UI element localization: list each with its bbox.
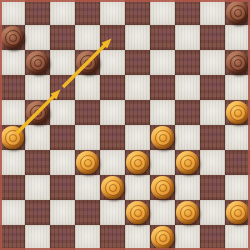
square-r6-c5-dark[interactable]: ⛀ — [125, 150, 150, 175]
square-r1-c4-dark[interactable] — [100, 25, 125, 50]
square-r7-c6-dark[interactable]: ⛀ — [150, 175, 175, 200]
square-r4-c8-light — [200, 100, 225, 125]
dark-man-piece[interactable]: ⛂ — [226, 51, 249, 74]
light-man-piece[interactable]: ⛀ — [126, 151, 149, 174]
square-r4-c3-dark[interactable] — [75, 100, 100, 125]
square-r3-c0-dark[interactable] — [0, 75, 25, 100]
square-r4-c6-light — [150, 100, 175, 125]
light-man-glyph: ⛀ — [176, 151, 199, 174]
square-r9-c5-light — [125, 225, 150, 250]
square-r7-c5-light — [125, 175, 150, 200]
square-r6-c2-light — [50, 150, 75, 175]
light-man-glyph: ⛀ — [151, 126, 174, 149]
dark-man-glyph: ⛂ — [226, 51, 249, 74]
light-man-glyph: ⛀ — [176, 201, 199, 224]
square-r1-c8-dark[interactable] — [200, 25, 225, 50]
square-r7-c7-light — [175, 175, 200, 200]
light-man-glyph: ⛀ — [226, 101, 249, 124]
square-r2-c8-light — [200, 50, 225, 75]
square-r0-c5-dark[interactable] — [125, 0, 150, 25]
square-r1-c1-light — [25, 25, 50, 50]
square-r5-c9-light — [225, 125, 250, 150]
light-man-glyph: ⛀ — [1, 126, 24, 149]
square-r9-c6-dark[interactable]: ⛀ — [150, 225, 175, 250]
square-r2-c0-light — [0, 50, 25, 75]
square-r3-c7-light — [175, 75, 200, 100]
light-man-piece[interactable]: ⛀ — [126, 201, 149, 224]
square-r0-c1-dark[interactable] — [25, 0, 50, 25]
square-r5-c2-dark[interactable] — [50, 125, 75, 150]
square-r7-c8-dark[interactable] — [200, 175, 225, 200]
square-r5-c0-dark[interactable]: ⛀ — [0, 125, 25, 150]
square-r5-c1-light — [25, 125, 50, 150]
square-r3-c9-light — [225, 75, 250, 100]
square-r9-c0-dark[interactable] — [0, 225, 25, 250]
light-man-glyph: ⛀ — [126, 201, 149, 224]
square-r3-c6-dark[interactable] — [150, 75, 175, 100]
square-r6-c7-dark[interactable]: ⛀ — [175, 150, 200, 175]
square-r4-c7-dark[interactable] — [175, 100, 200, 125]
light-man-glyph: ⛀ — [101, 176, 124, 199]
dark-man-piece[interactable]: ⛂ — [226, 1, 249, 24]
square-r7-c9-light — [225, 175, 250, 200]
light-man-piece[interactable]: ⛀ — [151, 176, 174, 199]
square-r0-c0-light — [0, 0, 25, 25]
square-r9-c3-light — [75, 225, 100, 250]
square-r8-c2-light — [50, 200, 75, 225]
square-r0-c8-light — [200, 0, 225, 25]
square-r6-c6-light — [150, 150, 175, 175]
square-r9-c2-dark[interactable] — [50, 225, 75, 250]
square-r3-c8-dark[interactable] — [200, 75, 225, 100]
square-r8-c0-light — [0, 200, 25, 225]
light-man-piece[interactable]: ⛀ — [151, 126, 174, 149]
light-man-piece[interactable]: ⛀ — [101, 176, 124, 199]
square-r9-c7-light — [175, 225, 200, 250]
square-r7-c4-dark[interactable]: ⛀ — [100, 175, 125, 200]
square-r1-c9-light — [225, 25, 250, 50]
dark-man-piece[interactable]: ⛂ — [26, 101, 49, 124]
square-r4-c0-light — [0, 100, 25, 125]
square-r1-c7-light — [175, 25, 200, 50]
square-r8-c7-dark[interactable]: ⛀ — [175, 200, 200, 225]
square-r3-c5-light — [125, 75, 150, 100]
dark-man-glyph: ⛂ — [226, 1, 249, 24]
square-r6-c0-light — [0, 150, 25, 175]
light-man-piece[interactable]: ⛀ — [1, 126, 24, 149]
dark-man-glyph: ⛂ — [26, 101, 49, 124]
square-r5-c5-light — [125, 125, 150, 150]
square-r3-c1-light — [25, 75, 50, 100]
light-man-piece[interactable]: ⛀ — [176, 151, 199, 174]
square-r0-c2-light — [50, 0, 75, 25]
square-r2-c4-light — [100, 50, 125, 75]
light-man-glyph: ⛀ — [151, 176, 174, 199]
square-r5-c7-light — [175, 125, 200, 150]
square-r8-c1-dark[interactable] — [25, 200, 50, 225]
square-r6-c4-light — [100, 150, 125, 175]
light-man-glyph: ⛀ — [126, 151, 149, 174]
square-r0-c4-light — [100, 0, 125, 25]
square-r1-c0-dark[interactable]: ⛂ — [0, 25, 25, 50]
square-r8-c8-light — [200, 200, 225, 225]
square-r7-c1-light — [25, 175, 50, 200]
square-r0-c9-dark[interactable]: ⛂ — [225, 0, 250, 25]
dark-man-piece[interactable]: ⛂ — [1, 26, 24, 49]
square-r2-c5-dark[interactable] — [125, 50, 150, 75]
square-r9-c4-dark[interactable] — [100, 225, 125, 250]
light-man-glyph: ⛀ — [76, 151, 99, 174]
square-r4-c5-dark[interactable] — [125, 100, 150, 125]
square-r8-c6-light — [150, 200, 175, 225]
square-r8-c4-light — [100, 200, 125, 225]
square-r0-c6-light — [150, 0, 175, 25]
square-r6-c8-light — [200, 150, 225, 175]
square-r4-c4-light — [100, 100, 125, 125]
light-man-piece[interactable]: ⛀ — [151, 226, 174, 249]
square-r5-c8-dark[interactable] — [200, 125, 225, 150]
square-r5-c4-dark[interactable] — [100, 125, 125, 150]
square-r6-c1-dark[interactable] — [25, 150, 50, 175]
square-r9-c8-dark[interactable] — [200, 225, 225, 250]
square-r9-c1-light — [25, 225, 50, 250]
dark-man-piece[interactable]: ⛂ — [76, 51, 99, 74]
light-man-glyph: ⛀ — [226, 201, 249, 224]
dark-man-glyph: ⛂ — [1, 26, 24, 49]
light-man-piece[interactable]: ⛀ — [76, 151, 99, 174]
square-r2-c3-dark[interactable]: ⛂ — [75, 50, 100, 75]
square-r6-c9-dark[interactable] — [225, 150, 250, 175]
square-r3-c4-dark[interactable] — [100, 75, 125, 100]
light-man-piece[interactable]: ⛀ — [176, 201, 199, 224]
square-r4-c9-dark[interactable]: ⛀ — [225, 100, 250, 125]
square-r2-c1-dark[interactable]: ⛂ — [25, 50, 50, 75]
square-r6-c3-dark[interactable]: ⛀ — [75, 150, 100, 175]
square-r9-c9-light — [225, 225, 250, 250]
square-r4-c1-dark[interactable]: ⛂ — [25, 100, 50, 125]
draughts-board: ⛂⛂⛂⛂⛂⛂⛀⛀⛀⛀⛀⛀⛀⛀⛀⛀⛀⛀ — [0, 0, 250, 250]
square-r1-c6-dark[interactable] — [150, 25, 175, 50]
light-man-piece[interactable]: ⛀ — [226, 201, 249, 224]
square-r2-c9-dark[interactable]: ⛂ — [225, 50, 250, 75]
square-r1-c5-light — [125, 25, 150, 50]
square-r5-c6-dark[interactable]: ⛀ — [150, 125, 175, 150]
square-r8-c9-dark[interactable]: ⛀ — [225, 200, 250, 225]
dark-man-glyph: ⛂ — [76, 51, 99, 74]
square-r4-c2-light — [50, 100, 75, 125]
dark-man-glyph: ⛂ — [26, 51, 49, 74]
square-r8-c5-dark[interactable]: ⛀ — [125, 200, 150, 225]
square-r3-c2-dark[interactable] — [50, 75, 75, 100]
light-man-piece[interactable]: ⛀ — [226, 101, 249, 124]
square-r1-c2-dark[interactable] — [50, 25, 75, 50]
square-r0-c3-dark[interactable] — [75, 0, 100, 25]
square-r5-c3-light — [75, 125, 100, 150]
square-r7-c3-light — [75, 175, 100, 200]
square-r2-c6-light — [150, 50, 175, 75]
square-r7-c0-dark[interactable] — [0, 175, 25, 200]
square-r7-c2-dark[interactable] — [50, 175, 75, 200]
square-r3-c3-light — [75, 75, 100, 100]
light-man-glyph: ⛀ — [151, 226, 174, 249]
square-r2-c2-light — [50, 50, 75, 75]
square-r8-c3-dark[interactable] — [75, 200, 100, 225]
square-r2-c7-dark[interactable] — [175, 50, 200, 75]
square-r1-c3-light — [75, 25, 100, 50]
square-r0-c7-dark[interactable] — [175, 0, 200, 25]
dark-man-piece[interactable]: ⛂ — [26, 51, 49, 74]
